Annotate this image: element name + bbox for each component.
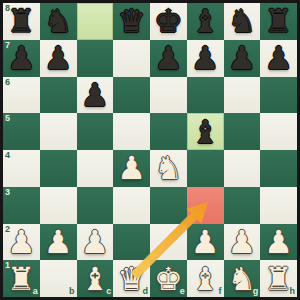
square-f3[interactable] — [187, 187, 224, 224]
white-pawn-d4[interactable]: ♟ — [117, 150, 146, 186]
square-e2[interactable] — [150, 224, 187, 261]
white-bishop-f1[interactable]: ♝ — [191, 261, 220, 297]
black-rook-a8[interactable]: ♜ — [7, 3, 36, 39]
chess-board: 8♜♞♛♚♝♞♜7♟♟♟♟♟♟6♟5♝4♟♞32♟♟♟♟♟♟1a♜bc♝d♛e♚… — [3, 3, 297, 297]
square-c1[interactable]: c♝ — [77, 260, 114, 297]
square-e8[interactable]: ♚ — [150, 3, 187, 40]
black-pawn-g7[interactable]: ♟ — [228, 40, 257, 76]
square-e3[interactable] — [150, 187, 187, 224]
square-f6[interactable] — [187, 77, 224, 114]
square-a3[interactable]: 3 — [3, 187, 40, 224]
square-g5[interactable] — [224, 113, 261, 150]
black-pawn-e7[interactable]: ♟ — [154, 40, 183, 76]
white-pawn-h2[interactable]: ♟ — [264, 224, 293, 260]
square-g6[interactable] — [224, 77, 261, 114]
rank-label-6: 6 — [5, 78, 10, 87]
square-f4[interactable] — [187, 150, 224, 187]
square-b6[interactable] — [40, 77, 77, 114]
black-rook-h8[interactable]: ♜ — [264, 3, 293, 39]
square-h7[interactable]: ♟ — [260, 40, 297, 77]
square-c2[interactable]: ♟ — [77, 224, 114, 261]
square-b5[interactable] — [40, 113, 77, 150]
square-h3[interactable] — [260, 187, 297, 224]
square-a6[interactable]: 6 — [3, 77, 40, 114]
square-c6[interactable]: ♟ — [77, 77, 114, 114]
square-d3[interactable] — [113, 187, 150, 224]
square-d4[interactable]: ♟ — [113, 150, 150, 187]
square-e6[interactable] — [150, 77, 187, 114]
square-h1[interactable]: h♜ — [260, 260, 297, 297]
black-pawn-c6[interactable]: ♟ — [81, 77, 110, 113]
white-pawn-g2[interactable]: ♟ — [228, 224, 257, 260]
square-b1[interactable]: b — [40, 260, 77, 297]
square-a8[interactable]: 8♜ — [3, 3, 40, 40]
square-d2[interactable] — [113, 224, 150, 261]
square-h4[interactable] — [260, 150, 297, 187]
square-f7[interactable]: ♟ — [187, 40, 224, 77]
square-a4[interactable]: 4 — [3, 150, 40, 187]
square-e7[interactable]: ♟ — [150, 40, 187, 77]
square-c7[interactable] — [77, 40, 114, 77]
black-pawn-a7[interactable]: ♟ — [7, 40, 36, 76]
square-d1[interactable]: d♛ — [113, 260, 150, 297]
square-g3[interactable] — [224, 187, 261, 224]
black-pawn-f7[interactable]: ♟ — [191, 40, 220, 76]
white-pawn-b2[interactable]: ♟ — [44, 224, 73, 260]
square-f5[interactable]: ♝ — [187, 113, 224, 150]
square-a7[interactable]: 7♟ — [3, 40, 40, 77]
square-c8[interactable] — [77, 3, 114, 40]
square-e1[interactable]: e♚ — [150, 260, 187, 297]
square-h5[interactable] — [260, 113, 297, 150]
square-c3[interactable] — [77, 187, 114, 224]
square-d7[interactable] — [113, 40, 150, 77]
white-rook-a1[interactable]: ♜ — [7, 261, 36, 297]
square-b7[interactable]: ♟ — [40, 40, 77, 77]
black-bishop-f5[interactable]: ♝ — [191, 114, 220, 150]
white-pawn-c2[interactable]: ♟ — [81, 224, 110, 260]
white-pawn-a2[interactable]: ♟ — [7, 224, 36, 260]
square-c4[interactable] — [77, 150, 114, 187]
square-h2[interactable]: ♟ — [260, 224, 297, 261]
square-f2[interactable]: ♟ — [187, 224, 224, 261]
white-bishop-c1[interactable]: ♝ — [81, 261, 110, 297]
square-d8[interactable]: ♛ — [113, 3, 150, 40]
square-g7[interactable]: ♟ — [224, 40, 261, 77]
square-f1[interactable]: f♝ — [187, 260, 224, 297]
black-knight-b8[interactable]: ♞ — [44, 3, 73, 39]
square-h6[interactable] — [260, 77, 297, 114]
white-queen-d1[interactable]: ♛ — [117, 261, 146, 297]
file-label-b: b — [69, 287, 75, 296]
black-pawn-b7[interactable]: ♟ — [44, 40, 73, 76]
square-b3[interactable] — [40, 187, 77, 224]
rank-label-4: 4 — [5, 151, 10, 160]
square-e5[interactable] — [150, 113, 187, 150]
white-pawn-f2[interactable]: ♟ — [191, 224, 220, 260]
white-king-e1[interactable]: ♚ — [154, 261, 183, 297]
square-g4[interactable] — [224, 150, 261, 187]
black-bishop-f8[interactable]: ♝ — [191, 3, 220, 39]
square-g2[interactable]: ♟ — [224, 224, 261, 261]
square-e4[interactable]: ♞ — [150, 150, 187, 187]
black-queen-d8[interactable]: ♛ — [117, 3, 146, 39]
chess-app-window: 8♜♞♛♚♝♞♜7♟♟♟♟♟♟6♟5♝4♟♞32♟♟♟♟♟♟1a♜bc♝d♛e♚… — [0, 0, 300, 300]
square-g8[interactable]: ♞ — [224, 3, 261, 40]
square-d6[interactable] — [113, 77, 150, 114]
square-d5[interactable] — [113, 113, 150, 150]
square-h8[interactable]: ♜ — [260, 3, 297, 40]
black-pawn-h7[interactable]: ♟ — [264, 40, 293, 76]
white-knight-e4[interactable]: ♞ — [154, 150, 183, 186]
rank-label-5: 5 — [5, 114, 10, 123]
square-a1[interactable]: 1a♜ — [3, 260, 40, 297]
black-knight-g8[interactable]: ♞ — [228, 3, 257, 39]
rank-label-3: 3 — [5, 188, 10, 197]
square-f8[interactable]: ♝ — [187, 3, 224, 40]
square-a5[interactable]: 5 — [3, 113, 40, 150]
white-knight-g1[interactable]: ♞ — [228, 261, 257, 297]
white-rook-h1[interactable]: ♜ — [264, 261, 293, 297]
square-b4[interactable] — [40, 150, 77, 187]
square-a2[interactable]: 2♟ — [3, 224, 40, 261]
square-b2[interactable]: ♟ — [40, 224, 77, 261]
square-b8[interactable]: ♞ — [40, 3, 77, 40]
square-g1[interactable]: g♞ — [224, 260, 261, 297]
black-king-e8[interactable]: ♚ — [154, 3, 183, 39]
square-c5[interactable] — [77, 113, 114, 150]
